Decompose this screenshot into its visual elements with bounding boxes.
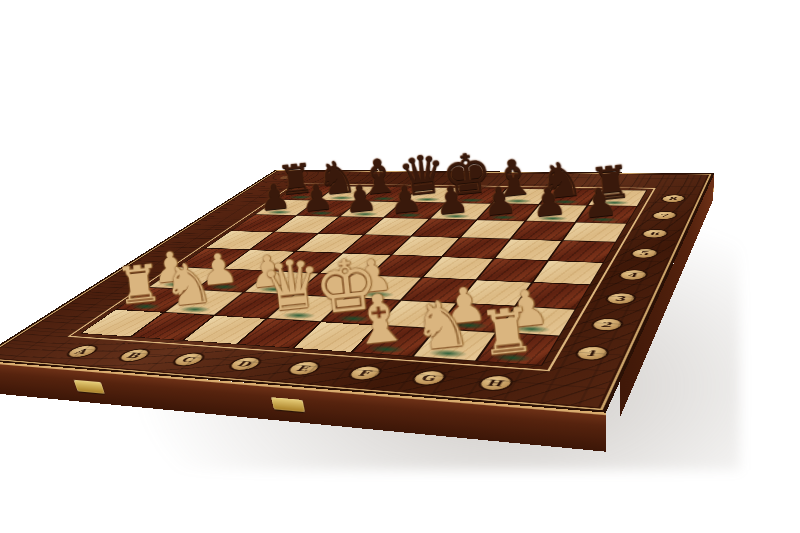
chess-board: ♜♞♝♛♚♝♞♜♟♟♟♟♟♟♟♟♟♟♟♟♜♞♛♚♟♟♝♞♜ ABCDEFGH 1… <box>0 170 714 413</box>
rank-label-2: 2 <box>591 318 623 331</box>
black-pawn-d7[interactable]: ♟ <box>387 179 423 219</box>
black-pawn-c7[interactable]: ♟ <box>343 179 379 218</box>
white-rook-a2[interactable]: ♜ <box>113 256 164 312</box>
rank-label-4: 4 <box>619 270 648 280</box>
black-pawn-g7[interactable]: ♟ <box>530 181 568 223</box>
file-label-h: H <box>477 375 514 391</box>
white-rook-h1[interactable]: ♜ <box>476 298 537 365</box>
file-label-d: D <box>227 357 264 371</box>
brass-clasp <box>271 397 305 412</box>
rank-label-8: 8 <box>661 195 685 202</box>
file-label-g: G <box>411 370 448 385</box>
square-e5[interactable] <box>393 236 459 256</box>
board-grid: ♜♞♝♛♚♝♞♜♟♟♟♟♟♟♟♟♟♟♟♟♜♞♛♚♟♟♝♞♜ <box>80 185 647 365</box>
rank-label-3: 3 <box>606 293 637 304</box>
square-h5[interactable] <box>549 241 615 262</box>
black-pawn-f7[interactable]: ♟ <box>481 180 519 221</box>
black-pawn-a7[interactable]: ♟ <box>257 178 292 216</box>
brass-clasp <box>73 380 104 394</box>
photo-stage: ♜♞♝♛♚♝♞♜♟♟♟♟♟♟♟♟♟♟♟♟♜♞♛♚♟♟♝♞♜ ABCDEFGH 1… <box>0 0 800 533</box>
white-knight-b2[interactable]: ♞ <box>160 254 216 315</box>
black-pawn-h7[interactable]: ♟ <box>580 181 619 223</box>
rank-label-7: 7 <box>652 212 677 220</box>
square-h1[interactable]: ♜ <box>477 333 558 365</box>
white-knight-g1[interactable]: ♞ <box>409 289 474 360</box>
square-h6[interactable] <box>564 223 627 242</box>
file-label-b: B <box>116 349 153 362</box>
black-pawn-b7[interactable]: ♟ <box>299 178 334 217</box>
square-h7[interactable]: ♟ <box>577 206 637 224</box>
rank-label-1: 1 <box>575 346 609 360</box>
file-label-e: E <box>286 361 323 375</box>
board-front-edge <box>0 360 606 452</box>
file-label-f: F <box>347 366 384 381</box>
square-f6[interactable] <box>461 220 524 238</box>
file-label-c: C <box>170 353 207 366</box>
rank-label-5: 5 <box>631 249 659 258</box>
rank-label-6: 6 <box>642 229 668 237</box>
black-pawn-e7[interactable]: ♟ <box>433 180 470 220</box>
white-bishop-f1[interactable]: ♝ <box>346 284 412 356</box>
file-label-a: A <box>64 345 100 358</box>
